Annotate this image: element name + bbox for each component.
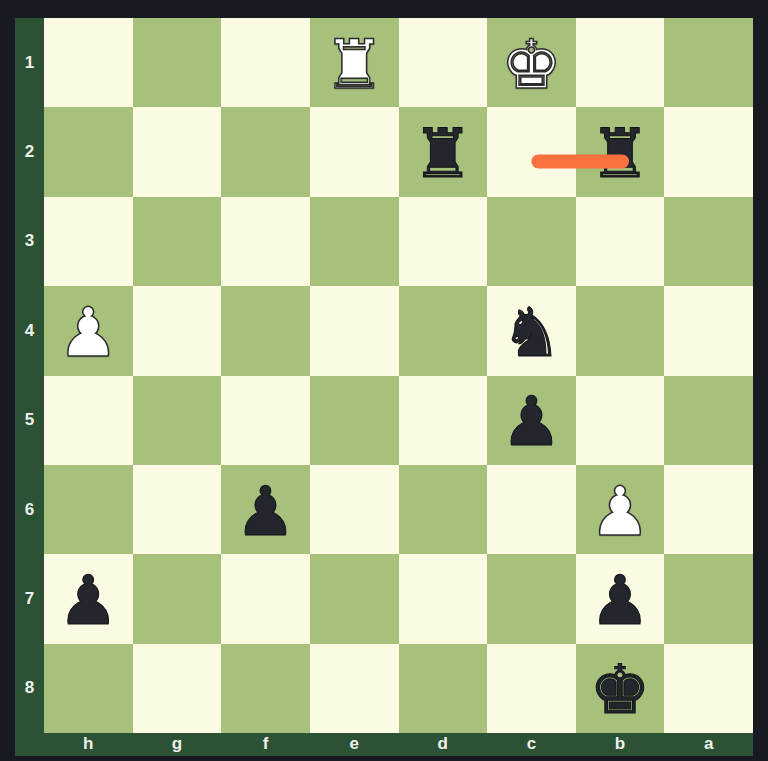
black-king-b8[interactable]: ♚ <box>590 656 651 724</box>
square-g2[interactable] <box>133 107 222 196</box>
white-rook-e1[interactable]: ♜ <box>324 31 385 99</box>
black-rook-d2[interactable]: ♜ <box>412 120 473 188</box>
black-pawn-c5[interactable]: ♟ <box>501 388 562 456</box>
square-c2[interactable] <box>487 107 576 196</box>
square-b1[interactable] <box>576 18 665 107</box>
square-a1[interactable] <box>664 18 753 107</box>
square-e4[interactable] <box>310 286 399 375</box>
square-g5[interactable] <box>133 376 222 465</box>
file-label-d: d <box>399 733 488 756</box>
file-label-c: c <box>487 733 576 756</box>
square-h8[interactable] <box>44 644 133 733</box>
black-rook-b2[interactable]: ♜ <box>590 120 651 188</box>
square-b8[interactable]: ♚ <box>576 644 665 733</box>
square-h5[interactable] <box>44 376 133 465</box>
square-e6[interactable] <box>310 465 399 554</box>
rank-label-8: 8 <box>15 644 44 733</box>
square-h4[interactable]: ♟ <box>44 286 133 375</box>
square-h3[interactable] <box>44 197 133 286</box>
black-pawn-h7[interactable]: ♟ <box>58 567 119 635</box>
square-g1[interactable] <box>133 18 222 107</box>
square-d1[interactable] <box>399 18 488 107</box>
file-label-b: b <box>576 733 665 756</box>
white-pawn-b6[interactable]: ♟ <box>590 478 651 546</box>
square-f4[interactable] <box>221 286 310 375</box>
square-g6[interactable] <box>133 465 222 554</box>
file-labels: hgfedcba <box>44 733 753 756</box>
square-h6[interactable] <box>44 465 133 554</box>
black-knight-c4[interactable]: ♞ <box>501 299 562 367</box>
file-label-a: a <box>664 733 753 756</box>
square-c6[interactable] <box>487 465 576 554</box>
rank-labels: 12345678 <box>15 18 44 733</box>
square-a4[interactable] <box>664 286 753 375</box>
square-b4[interactable] <box>576 286 665 375</box>
square-c8[interactable] <box>487 644 576 733</box>
rank-label-1: 1 <box>15 18 44 107</box>
square-h1[interactable] <box>44 18 133 107</box>
square-e3[interactable] <box>310 197 399 286</box>
square-c1[interactable]: ♚ <box>487 18 576 107</box>
file-label-g: g <box>133 733 222 756</box>
square-d2[interactable]: ♜ <box>399 107 488 196</box>
square-a7[interactable] <box>664 554 753 643</box>
square-g8[interactable] <box>133 644 222 733</box>
square-f3[interactable] <box>221 197 310 286</box>
square-d6[interactable] <box>399 465 488 554</box>
white-king-c1[interactable]: ♚ <box>501 31 562 99</box>
square-b5[interactable] <box>576 376 665 465</box>
black-pawn-b7[interactable]: ♟ <box>590 567 651 635</box>
square-f7[interactable] <box>221 554 310 643</box>
file-label-f: f <box>221 733 310 756</box>
square-a8[interactable] <box>664 644 753 733</box>
square-a6[interactable] <box>664 465 753 554</box>
square-b3[interactable] <box>576 197 665 286</box>
square-a2[interactable] <box>664 107 753 196</box>
square-c5[interactable]: ♟ <box>487 376 576 465</box>
square-d4[interactable] <box>399 286 488 375</box>
squares-grid: ♜♚♜♜♟♞♟♟♟♟♟♚ <box>44 18 753 733</box>
black-pawn-f6[interactable]: ♟ <box>235 478 296 546</box>
square-c4[interactable]: ♞ <box>487 286 576 375</box>
rank-label-5: 5 <box>15 376 44 465</box>
square-g7[interactable] <box>133 554 222 643</box>
rank-label-2: 2 <box>15 107 44 196</box>
square-d5[interactable] <box>399 376 488 465</box>
square-g4[interactable] <box>133 286 222 375</box>
square-h2[interactable] <box>44 107 133 196</box>
square-c7[interactable] <box>487 554 576 643</box>
square-d3[interactable] <box>399 197 488 286</box>
square-g3[interactable] <box>133 197 222 286</box>
square-a3[interactable] <box>664 197 753 286</box>
white-pawn-h4[interactable]: ♟ <box>58 299 119 367</box>
square-f1[interactable] <box>221 18 310 107</box>
square-f5[interactable] <box>221 376 310 465</box>
square-a5[interactable] <box>664 376 753 465</box>
square-e1[interactable]: ♜ <box>310 18 399 107</box>
square-b6[interactable]: ♟ <box>576 465 665 554</box>
square-f6[interactable]: ♟ <box>221 465 310 554</box>
square-b2[interactable]: ♜ <box>576 107 665 196</box>
square-b7[interactable]: ♟ <box>576 554 665 643</box>
square-c3[interactable] <box>487 197 576 286</box>
square-f8[interactable] <box>221 644 310 733</box>
chess-board: 12345678 ♜♚♜♜♟♞♟♟♟♟♟♚ hgfedcba <box>15 18 753 756</box>
file-label-e: e <box>310 733 399 756</box>
square-d8[interactable] <box>399 644 488 733</box>
rank-label-7: 7 <box>15 554 44 643</box>
square-f2[interactable] <box>221 107 310 196</box>
square-h7[interactable]: ♟ <box>44 554 133 643</box>
square-e2[interactable] <box>310 107 399 196</box>
square-e5[interactable] <box>310 376 399 465</box>
square-e7[interactable] <box>310 554 399 643</box>
rank-label-6: 6 <box>15 465 44 554</box>
square-e8[interactable] <box>310 644 399 733</box>
rank-label-3: 3 <box>15 197 44 286</box>
square-d7[interactable] <box>399 554 488 643</box>
rank-label-4: 4 <box>15 286 44 375</box>
file-label-h: h <box>44 733 133 756</box>
